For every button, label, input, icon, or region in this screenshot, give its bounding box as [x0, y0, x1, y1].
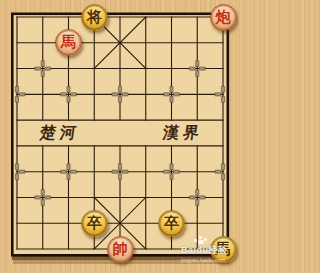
piece-black-soldier[interactable]: 卒 — [158, 210, 185, 237]
piece-black-soldier[interactable]: 卒 — [81, 210, 108, 237]
xiangqi-diagram: 楚河 漢界 将炮馬卒卒帥馬 Baidu经验 jingyan.baidu.com — [0, 0, 239, 273]
piece-black-horse[interactable]: 馬 — [210, 236, 237, 263]
piece-red-general[interactable]: 帥 — [107, 236, 134, 263]
xiangqi-board[interactable] — [0, 0, 239, 273]
piece-black-general[interactable]: 将 — [81, 4, 108, 31]
river-label-han: 漢界 — [162, 123, 205, 144]
river-label-chu: 楚河 — [39, 123, 82, 144]
piece-red-cannon[interactable]: 炮 — [210, 4, 237, 31]
